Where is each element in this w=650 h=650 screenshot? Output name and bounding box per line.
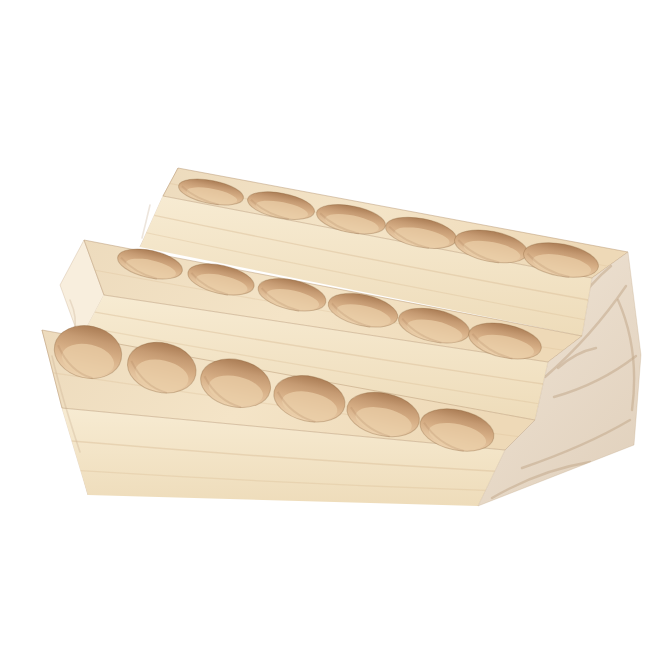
product-photo — [0, 0, 650, 650]
product-illustration — [0, 0, 650, 650]
